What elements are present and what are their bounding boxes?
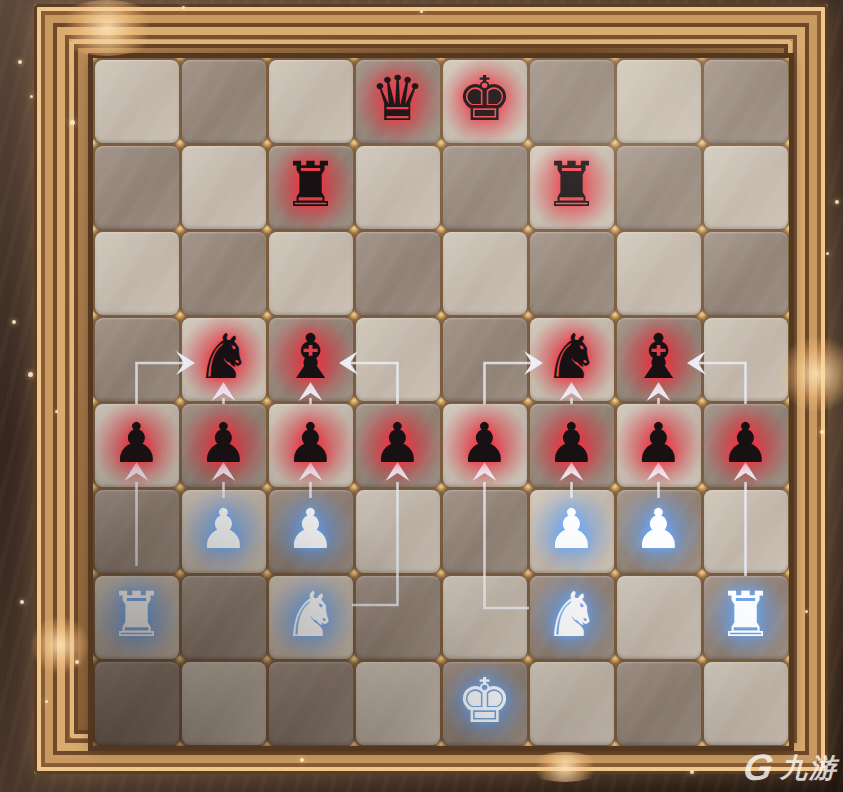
square-g8[interactable] bbox=[615, 58, 702, 144]
white-rook-h2[interactable]: ♜ bbox=[718, 584, 774, 646]
square-face bbox=[269, 662, 353, 745]
square-g1[interactable] bbox=[615, 660, 702, 746]
square-h5[interactable] bbox=[702, 316, 789, 402]
square-face bbox=[617, 576, 701, 659]
square-face bbox=[704, 232, 788, 315]
square-e3[interactable] bbox=[441, 488, 528, 574]
square-b8[interactable] bbox=[180, 58, 267, 144]
square-h8[interactable] bbox=[702, 58, 789, 144]
square-face bbox=[530, 662, 614, 745]
square-face bbox=[443, 318, 527, 401]
black-bishop-c5[interactable]: ♝ bbox=[283, 326, 339, 388]
square-a8[interactable] bbox=[93, 58, 180, 144]
black-pawn-d4[interactable]: ♟ bbox=[373, 416, 422, 471]
square-d6[interactable] bbox=[354, 230, 441, 316]
square-face bbox=[356, 146, 440, 229]
9game-watermark: G 九游 bbox=[744, 749, 838, 786]
white-pawn-c3[interactable]: ♟ bbox=[286, 502, 335, 557]
white-pawn-f3[interactable]: ♟ bbox=[547, 502, 596, 557]
square-face bbox=[443, 490, 527, 573]
black-pawn-c4[interactable]: ♟ bbox=[286, 416, 335, 471]
square-face bbox=[95, 662, 179, 745]
9game-watermark-text: 九游 bbox=[780, 754, 838, 781]
square-f6[interactable] bbox=[528, 230, 615, 316]
square-face bbox=[704, 318, 788, 401]
square-d7[interactable] bbox=[354, 144, 441, 230]
white-knight-f2[interactable]: ♞ bbox=[544, 584, 600, 646]
black-bishop-g5[interactable]: ♝ bbox=[631, 326, 687, 388]
square-c6[interactable] bbox=[267, 230, 354, 316]
square-face bbox=[356, 662, 440, 745]
black-pawn-h4[interactable]: ♟ bbox=[721, 416, 770, 471]
square-face bbox=[269, 60, 353, 143]
square-b7[interactable] bbox=[180, 144, 267, 230]
square-face bbox=[95, 318, 179, 401]
square-h6[interactable] bbox=[702, 230, 789, 316]
black-knight-b5[interactable]: ♞ bbox=[196, 326, 252, 388]
square-c1[interactable] bbox=[267, 660, 354, 746]
square-d5[interactable] bbox=[354, 316, 441, 402]
square-a5[interactable] bbox=[93, 316, 180, 402]
square-face bbox=[617, 146, 701, 229]
square-b1[interactable] bbox=[180, 660, 267, 746]
square-a7[interactable] bbox=[93, 144, 180, 230]
square-face bbox=[182, 662, 266, 745]
white-pawn-g3[interactable]: ♟ bbox=[634, 502, 683, 557]
square-f1[interactable] bbox=[528, 660, 615, 746]
square-face bbox=[95, 232, 179, 315]
black-queen-d8[interactable]: ♛ bbox=[370, 68, 426, 130]
black-pawn-g4[interactable]: ♟ bbox=[634, 416, 683, 471]
square-a3[interactable] bbox=[93, 488, 180, 574]
black-pawn-a4[interactable]: ♟ bbox=[112, 416, 161, 471]
square-f8[interactable] bbox=[528, 58, 615, 144]
square-face bbox=[704, 146, 788, 229]
square-face bbox=[617, 232, 701, 315]
black-rook-c7[interactable]: ♜ bbox=[283, 154, 339, 216]
square-e2[interactable] bbox=[441, 574, 528, 660]
square-face bbox=[269, 232, 353, 315]
square-face bbox=[443, 232, 527, 315]
chess-board: ♛♚♜♜♞♝♞♝♟♟♟♟♟♟♟♟♟♟♟♟♜♞♞♜♚ bbox=[93, 58, 789, 746]
square-face bbox=[443, 576, 527, 659]
black-pawn-e4[interactable]: ♟ bbox=[460, 416, 509, 471]
square-d3[interactable] bbox=[354, 488, 441, 574]
black-pawn-b4[interactable]: ♟ bbox=[199, 416, 248, 471]
9game-logo-icon: G bbox=[741, 749, 776, 786]
square-e7[interactable] bbox=[441, 144, 528, 230]
black-knight-f5[interactable]: ♞ bbox=[544, 326, 600, 388]
square-face bbox=[530, 232, 614, 315]
square-face bbox=[356, 490, 440, 573]
square-face bbox=[182, 232, 266, 315]
square-face bbox=[95, 60, 179, 143]
black-king-e8[interactable]: ♚ bbox=[457, 68, 513, 130]
square-h7[interactable] bbox=[702, 144, 789, 230]
white-knight-c2[interactable]: ♞ bbox=[283, 584, 339, 646]
square-face bbox=[95, 490, 179, 573]
square-h1[interactable] bbox=[702, 660, 789, 746]
square-e5[interactable] bbox=[441, 316, 528, 402]
black-pawn-f4[interactable]: ♟ bbox=[547, 416, 596, 471]
square-g2[interactable] bbox=[615, 574, 702, 660]
board-squares-grid bbox=[93, 58, 789, 746]
square-face bbox=[443, 146, 527, 229]
square-face bbox=[95, 146, 179, 229]
square-a6[interactable] bbox=[93, 230, 180, 316]
square-d2[interactable] bbox=[354, 574, 441, 660]
square-face bbox=[617, 662, 701, 745]
black-rook-f7[interactable]: ♜ bbox=[544, 154, 600, 216]
square-a1[interactable] bbox=[93, 660, 180, 746]
square-c8[interactable] bbox=[267, 58, 354, 144]
square-face bbox=[182, 60, 266, 143]
square-face bbox=[182, 146, 266, 229]
white-pawn-b3[interactable]: ♟ bbox=[199, 502, 248, 557]
square-face bbox=[617, 60, 701, 143]
square-h3[interactable] bbox=[702, 488, 789, 574]
square-face bbox=[356, 576, 440, 659]
square-e6[interactable] bbox=[441, 230, 528, 316]
white-rook-a2[interactable]: ♜ bbox=[109, 584, 165, 646]
square-d1[interactable] bbox=[354, 660, 441, 746]
square-face bbox=[356, 232, 440, 315]
square-face bbox=[704, 60, 788, 143]
square-face bbox=[182, 576, 266, 659]
square-face bbox=[704, 490, 788, 573]
square-b2[interactable] bbox=[180, 574, 267, 660]
square-face bbox=[356, 318, 440, 401]
square-face bbox=[530, 60, 614, 143]
white-king-e1[interactable]: ♚ bbox=[457, 670, 513, 732]
square-g7[interactable] bbox=[615, 144, 702, 230]
square-face bbox=[704, 662, 788, 745]
square-b6[interactable] bbox=[180, 230, 267, 316]
square-g6[interactable] bbox=[615, 230, 702, 316]
